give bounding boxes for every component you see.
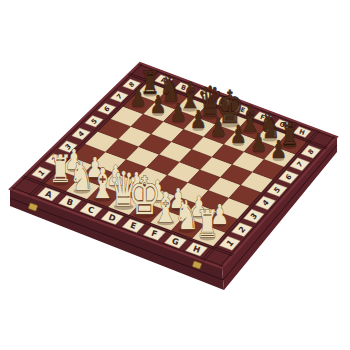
piece-black-pawn-e7: ♟	[210, 113, 227, 141]
piece-black-pawn-c7: ♟	[170, 98, 187, 126]
chess-board-scene: AABBCCDDEEFFGGHH1122334455667788♜♞♝♛♚♝♞♜…	[0, 0, 350, 350]
piece-black-pawn-h7: ♟	[270, 136, 287, 164]
piece-black-pawn-a7: ♟	[129, 83, 146, 111]
product-photo: AABBCCDDEEFFGGHH1122334455667788♜♞♝♛♚♝♞♜…	[0, 0, 350, 350]
piece-white-rook-h1: ♜	[196, 202, 219, 246]
piece-black-pawn-f7: ♟	[230, 121, 247, 149]
piece-black-pawn-d7: ♟	[190, 106, 207, 134]
piece-black-pawn-b7: ♟	[150, 91, 167, 119]
piece-black-pawn-g7: ♟	[250, 128, 267, 156]
